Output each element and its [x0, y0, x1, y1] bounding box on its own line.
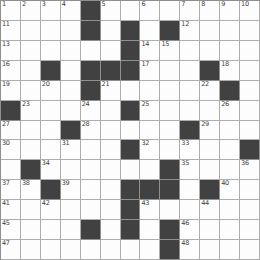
clue-number: 10	[241, 1, 249, 8]
cell-r8c10[interactable]	[200, 160, 220, 180]
block-cell-r0c4	[81, 1, 101, 21]
clue-number: 29	[201, 121, 209, 128]
cell-r4c3[interactable]	[61, 81, 81, 101]
crossword-board: 1234567891011121314151617181920212223242…	[0, 0, 260, 260]
cell-r12c5[interactable]	[101, 240, 121, 260]
cell-r11c5[interactable]	[101, 220, 121, 240]
cell-r1c2[interactable]	[41, 21, 61, 41]
cell-r5c4[interactable]: 24	[81, 101, 101, 121]
cell-r10c3[interactable]	[61, 200, 81, 220]
cell-r6c0[interactable]: 27	[1, 121, 21, 141]
cell-r6c4[interactable]: 28	[81, 121, 101, 141]
cell-r1c5[interactable]	[101, 21, 121, 41]
cell-r10c8[interactable]	[160, 200, 180, 220]
cell-r12c12[interactable]	[240, 240, 260, 260]
cell-r11c10[interactable]	[200, 220, 220, 240]
cell-r4c7[interactable]	[140, 81, 160, 101]
cell-r4c1[interactable]	[21, 81, 41, 101]
cell-r9c11[interactable]: 40	[220, 180, 240, 200]
cell-r0c2[interactable]: 3	[41, 1, 61, 21]
clue-number: 32	[141, 140, 149, 147]
cell-r4c5[interactable]: 21	[101, 81, 121, 101]
cell-r12c9[interactable]: 48	[180, 240, 200, 260]
clue-number: 26	[221, 101, 229, 108]
block-cell-r9c10	[200, 180, 220, 200]
block-cell-r2c6	[121, 41, 141, 61]
cell-r2c12[interactable]	[240, 41, 260, 61]
clue-number: 36	[241, 160, 249, 167]
cell-r11c0[interactable]: 45	[1, 220, 21, 240]
cell-r12c2[interactable]	[41, 240, 61, 260]
cell-r4c8[interactable]	[160, 81, 180, 101]
cell-r5c3[interactable]	[61, 101, 81, 121]
cell-r7c9[interactable]: 33	[180, 140, 200, 160]
clue-number: 47	[2, 240, 10, 247]
cell-r9c5[interactable]	[101, 180, 121, 200]
cell-r8c3[interactable]	[61, 160, 81, 180]
cell-r2c3[interactable]	[61, 41, 81, 61]
cell-r2c2[interactable]	[41, 41, 61, 61]
clue-number: 37	[2, 180, 10, 187]
cell-r5c8[interactable]	[160, 101, 180, 121]
clue-number: 35	[181, 160, 189, 167]
clue-number: 28	[82, 121, 90, 128]
clue-number: 22	[201, 81, 209, 88]
cell-r1c9[interactable]: 12	[180, 21, 200, 41]
cell-r10c2[interactable]: 42	[41, 200, 61, 220]
block-cell-r12c8	[160, 240, 180, 260]
cell-r8c12[interactable]: 36	[240, 160, 260, 180]
block-cell-r10c6	[121, 200, 141, 220]
clue-number: 1	[2, 1, 6, 8]
cell-r8c2[interactable]: 34	[41, 160, 61, 180]
block-cell-r9c7	[140, 180, 160, 200]
block-cell-r4c4	[81, 81, 101, 101]
cell-r3c11[interactable]: 18	[220, 61, 240, 81]
cell-r12c1[interactable]	[21, 240, 41, 260]
clue-number: 38	[22, 180, 30, 187]
cell-r1c7[interactable]	[140, 21, 160, 41]
cell-r8c0[interactable]	[1, 160, 21, 180]
cell-r0c10[interactable]: 8	[200, 1, 220, 21]
clue-number: 8	[201, 1, 205, 8]
clue-number: 40	[221, 180, 229, 187]
cell-r10c1[interactable]	[21, 200, 41, 220]
cell-r1c12[interactable]	[240, 21, 260, 41]
block-cell-r3c6	[121, 61, 141, 81]
cell-r1c10[interactable]	[200, 21, 220, 41]
clue-number: 25	[141, 101, 149, 108]
cell-r12c7[interactable]	[140, 240, 160, 260]
cell-r1c3[interactable]	[61, 21, 81, 41]
cell-r8c6[interactable]	[121, 160, 141, 180]
block-cell-r9c2	[41, 180, 61, 200]
clue-number: 46	[181, 220, 189, 227]
cell-r8c9[interactable]: 35	[180, 160, 200, 180]
cell-r8c4[interactable]	[81, 160, 101, 180]
cell-r5c7[interactable]: 25	[140, 101, 160, 121]
cell-r6c5[interactable]	[101, 121, 121, 141]
cell-r2c9[interactable]	[180, 41, 200, 61]
block-cell-r3c4	[81, 61, 101, 81]
cell-r9c9[interactable]	[180, 180, 200, 200]
cell-r2c4[interactable]	[81, 41, 101, 61]
cell-r5c9[interactable]	[180, 101, 200, 121]
cell-r2c7[interactable]: 14	[140, 41, 160, 61]
cell-r4c2[interactable]: 20	[41, 81, 61, 101]
block-cell-r9c6	[121, 180, 141, 200]
cell-r7c2[interactable]	[41, 140, 61, 160]
cell-r9c4[interactable]	[81, 180, 101, 200]
cell-r0c6[interactable]	[121, 1, 141, 21]
cell-r6c7[interactable]	[140, 121, 160, 141]
cell-r3c0[interactable]: 16	[1, 61, 21, 81]
cell-r2c10[interactable]	[200, 41, 220, 61]
cell-r10c12[interactable]	[240, 200, 260, 220]
block-cell-r1c8	[160, 21, 180, 41]
clue-number: 48	[181, 240, 189, 247]
cell-r5c12[interactable]	[240, 101, 260, 121]
clue-number: 7	[181, 1, 185, 8]
clue-number: 11	[2, 21, 10, 28]
cell-r0c8[interactable]	[160, 1, 180, 21]
cell-r9c3[interactable]: 39	[61, 180, 81, 200]
clue-number: 17	[141, 61, 149, 68]
cell-r4c12[interactable]	[240, 81, 260, 101]
cell-r5c1[interactable]: 23	[21, 101, 41, 121]
clue-number: 18	[221, 61, 229, 68]
clue-number: 16	[2, 61, 10, 68]
cell-r11c11[interactable]	[220, 220, 240, 240]
cell-r9c0[interactable]: 37	[1, 180, 21, 200]
cell-r6c2[interactable]	[41, 121, 61, 141]
block-cell-r3c10	[200, 61, 220, 81]
cell-r3c8[interactable]	[160, 61, 180, 81]
clue-number: 3	[42, 1, 46, 8]
cell-r2c1[interactable]	[21, 41, 41, 61]
clue-number: 33	[181, 140, 189, 147]
cell-r12c6[interactable]	[121, 240, 141, 260]
cell-r8c7[interactable]	[140, 160, 160, 180]
cell-r3c7[interactable]: 17	[140, 61, 160, 81]
cell-r9c1[interactable]: 38	[21, 180, 41, 200]
cell-r5c5[interactable]	[101, 101, 121, 121]
cell-r12c3[interactable]	[61, 240, 81, 260]
clue-number: 23	[22, 101, 30, 108]
block-cell-r3c5	[101, 61, 121, 81]
clue-number: 12	[181, 21, 189, 28]
cell-r3c9[interactable]	[180, 61, 200, 81]
cell-r4c9[interactable]	[180, 81, 200, 101]
cell-r0c3[interactable]: 4	[61, 1, 81, 21]
clue-number: 45	[2, 220, 10, 227]
block-cell-r4c11	[220, 81, 240, 101]
cell-r4c0[interactable]: 19	[1, 81, 21, 101]
cell-r8c11[interactable]	[220, 160, 240, 180]
cell-r0c9[interactable]: 7	[180, 1, 200, 21]
cell-r10c5[interactable]	[101, 200, 121, 220]
cell-r6c1[interactable]	[21, 121, 41, 141]
cell-r7c11[interactable]	[220, 140, 240, 160]
cell-r12c0[interactable]: 47	[1, 240, 21, 260]
block-cell-r3c2	[41, 61, 61, 81]
cell-r1c11[interactable]	[220, 21, 240, 41]
cell-r0c7[interactable]: 6	[140, 1, 160, 21]
clue-number: 14	[141, 41, 149, 48]
block-cell-r9c8	[160, 180, 180, 200]
cell-r10c4[interactable]	[81, 200, 101, 220]
cell-r7c4[interactable]	[81, 140, 101, 160]
block-cell-r5c0	[1, 101, 21, 121]
clue-number: 5	[102, 1, 106, 8]
cell-r10c9[interactable]	[180, 200, 200, 220]
cell-r6c11[interactable]	[220, 121, 240, 141]
cell-r6c8[interactable]	[160, 121, 180, 141]
clue-number: 9	[221, 1, 225, 8]
cell-r10c10[interactable]: 44	[200, 200, 220, 220]
cell-r11c3[interactable]	[61, 220, 81, 240]
clue-number: 42	[42, 200, 50, 207]
cell-r7c8[interactable]	[160, 140, 180, 160]
block-cell-r6c9	[180, 121, 200, 141]
cell-r10c11[interactable]	[220, 200, 240, 220]
block-cell-r7c12	[240, 140, 260, 160]
cell-r11c7[interactable]	[140, 220, 160, 240]
cell-r7c7[interactable]: 32	[140, 140, 160, 160]
cell-r2c5[interactable]	[101, 41, 121, 61]
clue-number: 31	[62, 140, 70, 147]
cell-r6c6[interactable]	[121, 121, 141, 141]
cell-r10c0[interactable]: 41	[1, 200, 21, 220]
cell-r3c3[interactable]	[61, 61, 81, 81]
cell-r12c11[interactable]	[220, 240, 240, 260]
cell-r2c0[interactable]: 13	[1, 41, 21, 61]
block-cell-r6c3	[61, 121, 81, 141]
cell-r7c0[interactable]: 30	[1, 140, 21, 160]
clue-number: 2	[22, 1, 26, 8]
cell-r4c6[interactable]	[121, 81, 141, 101]
cell-r4c10[interactable]: 22	[200, 81, 220, 101]
clue-number: 21	[102, 81, 110, 88]
clue-number: 43	[141, 200, 149, 207]
cell-r7c3[interactable]: 31	[61, 140, 81, 160]
clue-number: 39	[62, 180, 70, 187]
cell-r12c4[interactable]	[81, 240, 101, 260]
cell-r2c11[interactable]	[220, 41, 240, 61]
cell-r11c12[interactable]	[240, 220, 260, 240]
clue-number: 4	[62, 1, 66, 8]
cell-r7c1[interactable]	[21, 140, 41, 160]
cell-r6c12[interactable]	[240, 121, 260, 141]
block-cell-r1c6	[121, 21, 141, 41]
cell-r8c5[interactable]	[101, 160, 121, 180]
clue-number: 19	[2, 81, 10, 88]
cell-r12c10[interactable]	[200, 240, 220, 260]
clue-number: 6	[141, 1, 145, 8]
clue-number: 20	[42, 81, 50, 88]
cell-r2c8[interactable]: 15	[160, 41, 180, 61]
block-cell-r5c6	[121, 101, 141, 121]
block-cell-r11c6	[121, 220, 141, 240]
clue-number: 44	[201, 200, 209, 207]
block-cell-r8c8	[160, 160, 180, 180]
cell-r0c5[interactable]: 5	[101, 1, 121, 21]
cell-r5c10[interactable]	[200, 101, 220, 121]
cell-r9c12[interactable]	[240, 180, 260, 200]
cell-r0c0[interactable]: 1	[1, 1, 21, 21]
cell-r3c1[interactable]	[21, 61, 41, 81]
cell-r10c7[interactable]: 43	[140, 200, 160, 220]
clue-number: 27	[2, 121, 10, 128]
cell-r11c2[interactable]	[41, 220, 61, 240]
cell-r11c1[interactable]	[21, 220, 41, 240]
block-cell-r11c4	[81, 220, 101, 240]
clue-number: 13	[2, 41, 10, 48]
clue-number: 30	[2, 140, 10, 147]
cell-r6c10[interactable]: 29	[200, 121, 220, 141]
block-cell-r1c4	[81, 21, 101, 41]
cell-r0c1[interactable]: 2	[21, 1, 41, 21]
cell-r7c5[interactable]	[101, 140, 121, 160]
cell-r7c10[interactable]	[200, 140, 220, 160]
clue-number: 41	[2, 200, 10, 207]
cell-r0c12[interactable]: 10	[240, 1, 260, 21]
cell-r1c1[interactable]	[21, 21, 41, 41]
cell-r0c11[interactable]: 9	[220, 1, 240, 21]
clue-number: 34	[42, 160, 50, 167]
clue-number: 15	[161, 41, 169, 48]
block-cell-r8c1	[21, 160, 41, 180]
cell-r5c2[interactable]	[41, 101, 61, 121]
cell-r3c12[interactable]	[240, 61, 260, 81]
cell-r5c11[interactable]: 26	[220, 101, 240, 121]
block-cell-r11c8	[160, 220, 180, 240]
clue-number: 24	[82, 101, 90, 108]
cell-r11c9[interactable]: 46	[180, 220, 200, 240]
block-cell-r7c6	[121, 140, 141, 160]
cell-r1c0[interactable]: 11	[1, 21, 21, 41]
